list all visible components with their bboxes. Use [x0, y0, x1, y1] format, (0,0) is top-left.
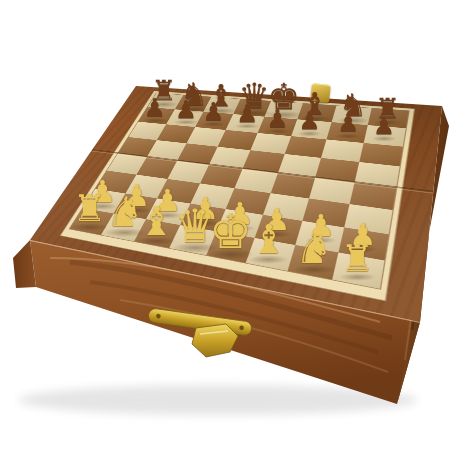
chess-set-photo: ♜♞♝♛♚♝♞♜♟♟♟♟♟♟♟♟♟♟♟♟♟♟♟♟♜♞♝♛♚♝♞♜ — [0, 0, 450, 450]
latch-clasp — [192, 324, 238, 357]
brass-hinge — [310, 83, 331, 103]
